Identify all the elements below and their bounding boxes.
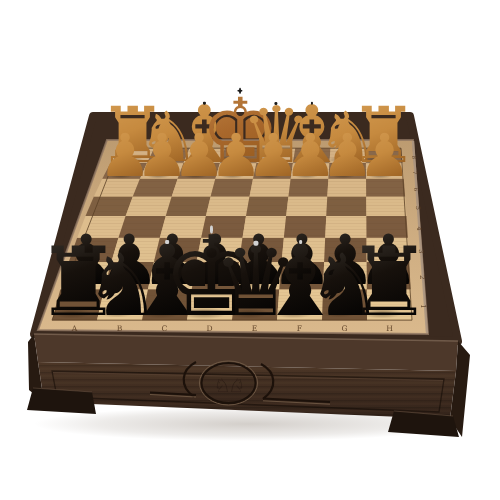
piece-black-rook-h1[interactable]: ♜ [346, 235, 432, 331]
piece-white-pawn-h7[interactable]: ♟ [358, 127, 411, 186]
rank-label-6: 6 [413, 188, 420, 192]
chess-box-photo: ♘ ♘ ABCDEFGH12345678 ♜♞♝♚♛♝♞♜♟♟♟♟♟♟♟♟♟♟♟… [0, 0, 500, 500]
medallion-emblem-right: ♘ [228, 374, 245, 396]
rank-label-5: 5 [415, 206, 422, 210]
medallion-emblem-left: ♘ [213, 374, 230, 396]
